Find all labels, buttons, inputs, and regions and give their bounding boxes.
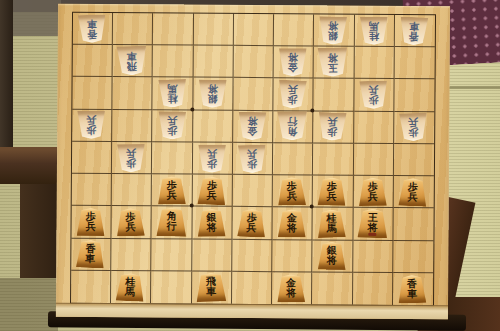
- wood-furniture-left-leg: [20, 184, 60, 278]
- piece-kanji: 歩: [126, 158, 136, 168]
- piece-kanji: 兵: [407, 191, 417, 201]
- piece-kanji: 兵: [167, 117, 177, 127]
- board-square: [73, 45, 113, 77]
- board-square: [71, 270, 111, 302]
- piece-kanji: 行: [287, 118, 297, 128]
- board-square: [393, 208, 433, 240]
- piece-kanji: 兵: [126, 149, 136, 159]
- piece-kanji: 兵: [126, 222, 136, 232]
- piece-kanji: 香: [87, 29, 97, 39]
- board-square: [314, 79, 354, 111]
- board-square: [232, 239, 272, 271]
- piece-kanji: 車: [87, 19, 97, 29]
- wood-furniture-left-post: [0, 0, 13, 152]
- shogi-board: 香車銀将桂馬香車飛車金将玉将桂馬銀将歩兵歩兵歩兵歩兵金将角行歩兵歩兵歩兵歩兵歩兵…: [56, 4, 450, 320]
- piece-kanji: 兵: [86, 221, 96, 231]
- floor-shadow: [13, 0, 61, 36]
- board-square: [353, 144, 393, 177]
- piece-kanji: 角: [287, 127, 297, 137]
- piece-kanji: 歩: [167, 126, 177, 136]
- board-square: [152, 142, 192, 175]
- board-square: [312, 272, 352, 304]
- piece-kanji: 将: [287, 223, 297, 233]
- board-square: [152, 239, 192, 271]
- board-square: [233, 78, 273, 110]
- board-square: [394, 47, 434, 79]
- piece-kanji: 兵: [247, 149, 257, 159]
- board-square: [151, 271, 191, 303]
- piece-kanji: 歩: [287, 95, 297, 105]
- piece-kanji: 車: [409, 22, 419, 32]
- piece-kanji: 兵: [86, 116, 96, 126]
- piece-kanji: 将: [286, 287, 296, 297]
- board-square: [394, 144, 434, 177]
- board-square: [353, 272, 393, 304]
- piece-kanji: 歩: [86, 126, 96, 136]
- piece-kanji: 将: [247, 117, 257, 127]
- piece-kanji: 馬: [327, 223, 337, 233]
- piece-kanji: 香: [407, 278, 417, 288]
- piece-kanji: 金: [286, 278, 296, 288]
- piece-kanji: 金: [247, 127, 257, 137]
- maker-signature: [368, 233, 376, 236]
- board-square: [234, 14, 274, 46]
- piece-kanji: 将: [328, 21, 338, 31]
- board-square: [273, 143, 313, 176]
- board-square: [72, 77, 112, 109]
- piece-kanji: 銀: [328, 31, 338, 41]
- piece-kanji: 馬: [368, 22, 378, 32]
- piece-kanji: 車: [85, 253, 95, 263]
- board-square: [72, 142, 112, 175]
- board-square: [313, 143, 353, 176]
- piece-kanji: 兵: [288, 85, 298, 95]
- piece-kanji: 歩: [207, 159, 217, 169]
- piece-kanji: 兵: [408, 118, 418, 128]
- board-square: [192, 239, 232, 271]
- piece-kanji: 馬: [167, 84, 177, 94]
- piece-kanji: 兵: [327, 191, 337, 201]
- piece-kanji: 歩: [166, 180, 176, 190]
- board-square: [233, 175, 273, 207]
- piece-kanji: 金: [288, 63, 298, 73]
- piece-kanji: 兵: [368, 86, 378, 96]
- board-square: [113, 13, 153, 45]
- piece-kanji: 車: [407, 288, 417, 298]
- board-square: [233, 46, 273, 78]
- piece-kanji: 銀: [207, 94, 217, 104]
- board-square: [354, 111, 394, 143]
- piece-kanji: 将: [367, 222, 377, 232]
- piece-kanji: 将: [328, 53, 338, 63]
- board-square: [274, 14, 314, 46]
- piece-kanji: 行: [166, 221, 176, 231]
- board-square: [193, 46, 233, 78]
- board-front-edge: [56, 303, 448, 320]
- piece-kanji: 車: [127, 52, 137, 62]
- piece-kanji: 歩: [367, 182, 377, 192]
- board-square: [353, 240, 393, 272]
- board-square: [393, 241, 433, 273]
- piece-kanji: 将: [327, 255, 337, 265]
- piece-kanji: 兵: [207, 149, 217, 159]
- piece-kanji: 歩: [247, 159, 257, 169]
- piece-kanji: 将: [288, 53, 298, 63]
- piece-kanji: 飛: [127, 61, 137, 71]
- board-square: [394, 79, 434, 111]
- board-square: [193, 110, 233, 142]
- piece-kanji: 桂: [125, 276, 135, 286]
- wood-furniture-left-rail: [0, 147, 60, 184]
- piece-kanji: 飛: [206, 276, 216, 286]
- piece-kanji: 兵: [166, 190, 176, 200]
- piece-kanji: 兵: [328, 118, 338, 128]
- board-square: [113, 77, 153, 109]
- board-square: [72, 174, 112, 206]
- piece-kanji: 兵: [287, 190, 297, 200]
- board-square: [153, 46, 193, 78]
- photo-scene: 香車銀将桂馬香車飛車金将玉将桂馬銀将歩兵歩兵歩兵歩兵金将角行歩兵歩兵歩兵歩兵歩兵…: [0, 0, 500, 331]
- board-square: [272, 240, 312, 272]
- hoshi-dot: [190, 107, 194, 111]
- piece-kanji: 玉: [328, 63, 338, 73]
- board-square: [112, 174, 152, 206]
- piece-kanji: 将: [206, 222, 216, 232]
- piece-kanji: 香: [408, 31, 418, 41]
- piece-kanji: 車: [206, 286, 216, 296]
- piece-kanji: 馬: [125, 286, 135, 296]
- piece-kanji: 兵: [246, 222, 256, 232]
- piece-kanji: 兵: [206, 190, 216, 200]
- piece-kanji: 歩: [408, 128, 418, 138]
- board-square: [232, 272, 272, 304]
- board-square: [111, 239, 151, 271]
- piece-kanji: 将: [207, 85, 217, 95]
- board-square: [153, 13, 193, 45]
- piece-kanji: 歩: [327, 127, 337, 137]
- board-square: [112, 110, 152, 142]
- piece-kanji: 歩: [368, 95, 378, 105]
- piece-kanji: 兵: [367, 191, 377, 201]
- piece-kanji: 桂: [369, 31, 379, 41]
- piece-kanji: 桂: [167, 94, 177, 104]
- board-square: [354, 47, 394, 79]
- board-square: [193, 14, 233, 46]
